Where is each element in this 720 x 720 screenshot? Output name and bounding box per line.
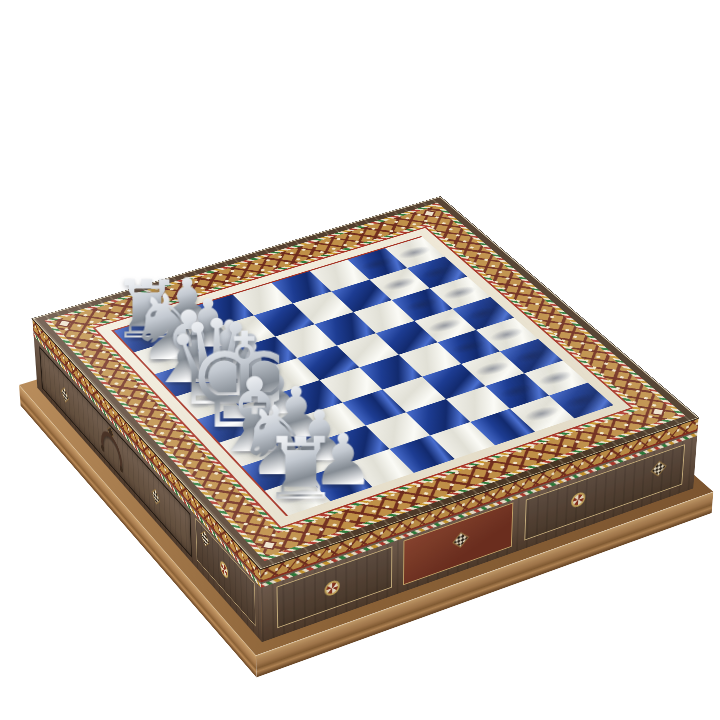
drawer-checker-inlay bbox=[151, 489, 160, 505]
silver-rook-glyph: ♜ bbox=[252, 426, 349, 512]
square-e5[interactable] bbox=[359, 355, 422, 390]
square-h4[interactable] bbox=[389, 435, 454, 473]
drawer-checker-inlay bbox=[61, 387, 69, 402]
square-d5[interactable] bbox=[337, 333, 399, 367]
photo-stage: Handcrafted wooden mosaic chess box with… bbox=[0, 0, 720, 720]
square-f5[interactable] bbox=[382, 377, 445, 413]
square-g5[interactable] bbox=[406, 399, 470, 435]
scene-3d: ♜♟♞♟♝♟♛♟♟♚♜♟♟♝♞♟♟♞♝♟♟♜♛♟♟♚♟♝♟♞♟♜ bbox=[0, 0, 720, 720]
gold-pawn-glyph: ♟ bbox=[498, 359, 592, 428]
square-h5[interactable] bbox=[430, 422, 495, 459]
chess-box: ♜♟♞♟♝♟♛♟♟♚♜♟♟♝♞♟♟♞♝♟♟♜♛♟♟♚♟♝♟♞♟♜ bbox=[37, 264, 693, 643]
